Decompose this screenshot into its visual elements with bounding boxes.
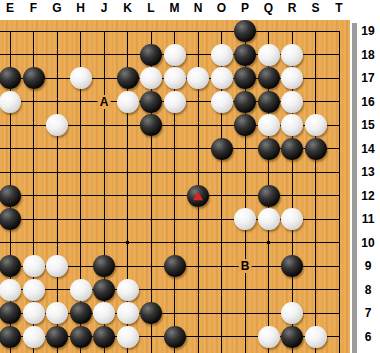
point-label-A: A <box>98 95 111 109</box>
black-stone-L15 <box>140 114 162 136</box>
white-stone-S6 <box>305 326 327 348</box>
column-label-G: G <box>52 1 61 15</box>
white-stone-E16 <box>0 91 21 113</box>
black-stone-O14 <box>211 138 233 160</box>
white-stone-O18 <box>211 44 233 66</box>
column-label-H: H <box>76 1 85 15</box>
row-label-14: 14 <box>358 142 378 156</box>
row-label-8: 8 <box>358 283 378 297</box>
black-stone-R14 <box>281 138 303 160</box>
column-label-N: N <box>194 1 203 15</box>
row-label-15: 15 <box>358 118 378 132</box>
row-label-12: 12 <box>358 189 378 203</box>
black-stone-P19 <box>234 20 256 42</box>
black-stone-Q12 <box>258 185 280 207</box>
black-stone-G6 <box>46 326 68 348</box>
point-label-B: B <box>239 259 252 273</box>
column-label-S: S <box>311 1 319 15</box>
white-stone-R11 <box>281 208 303 230</box>
black-stone-J8 <box>93 279 115 301</box>
white-stone-M17 <box>164 67 186 89</box>
black-stone-J6 <box>93 326 115 348</box>
black-stone-J9 <box>93 255 115 277</box>
go-diagram: EFGHJKLMNOPQRST 191817161514131211109876… <box>0 0 380 353</box>
white-stone-R15 <box>281 114 303 136</box>
white-stone-K8 <box>117 279 139 301</box>
black-stone-Q16 <box>258 91 280 113</box>
white-stone-G9 <box>46 255 68 277</box>
white-stone-F7 <box>23 302 45 324</box>
black-stone-K17 <box>117 67 139 89</box>
black-stone-E12 <box>0 185 21 207</box>
white-stone-E8 <box>0 279 21 301</box>
row-label-18: 18 <box>358 48 378 62</box>
column-label-M: M <box>170 1 180 15</box>
board-edge-shadow <box>352 23 357 353</box>
black-stone-M6 <box>164 326 186 348</box>
white-stone-K6 <box>117 326 139 348</box>
black-stone-E11 <box>0 208 21 230</box>
black-stone-H7 <box>70 302 92 324</box>
black-stone-P18 <box>234 44 256 66</box>
black-stone-P17 <box>234 67 256 89</box>
row-label-17: 17 <box>358 71 378 85</box>
last-move-triangle-marker <box>193 191 203 200</box>
star-point-Q10 <box>266 240 270 244</box>
black-stone-Q14 <box>258 138 280 160</box>
white-stone-F8 <box>23 279 45 301</box>
column-label-F: F <box>30 1 37 15</box>
row-label-7: 7 <box>358 306 378 320</box>
column-label-K: K <box>123 1 132 15</box>
row-label-13: 13 <box>358 165 378 179</box>
black-stone-E7 <box>0 302 21 324</box>
column-label-E: E <box>6 1 14 15</box>
white-stone-G15 <box>46 114 68 136</box>
white-stone-H8 <box>70 279 92 301</box>
white-stone-Q18 <box>258 44 280 66</box>
black-stone-L7 <box>140 302 162 324</box>
white-stone-P11 <box>234 208 256 230</box>
white-stone-O16 <box>211 91 233 113</box>
black-stone-L18 <box>140 44 162 66</box>
white-stone-K16 <box>117 91 139 113</box>
white-stone-J7 <box>93 302 115 324</box>
black-stone-E6 <box>0 326 21 348</box>
black-stone-S14 <box>305 138 327 160</box>
white-stone-R7 <box>281 302 303 324</box>
column-label-O: O <box>217 1 226 15</box>
black-stone-R6 <box>281 326 303 348</box>
white-stone-N17 <box>187 67 209 89</box>
white-stone-M18 <box>164 44 186 66</box>
black-stone-M9 <box>164 255 186 277</box>
black-stone-R9 <box>281 255 303 277</box>
column-label-P: P <box>241 1 249 15</box>
white-stone-H17 <box>70 67 92 89</box>
column-label-J: J <box>101 1 108 15</box>
white-stone-R17 <box>281 67 303 89</box>
white-stone-R18 <box>281 44 303 66</box>
column-label-R: R <box>288 1 297 15</box>
black-stone-Q17 <box>258 67 280 89</box>
white-stone-Q6 <box>258 326 280 348</box>
row-label-11: 11 <box>358 212 378 226</box>
black-stone-P15 <box>234 114 256 136</box>
white-stone-F9 <box>23 255 45 277</box>
black-stone-F17 <box>23 67 45 89</box>
white-stone-F6 <box>23 326 45 348</box>
white-stone-S15 <box>305 114 327 136</box>
row-label-16: 16 <box>358 95 378 109</box>
white-stone-R16 <box>281 91 303 113</box>
black-stone-E9 <box>0 255 21 277</box>
row-label-6: 6 <box>358 330 378 344</box>
white-stone-Q15 <box>258 114 280 136</box>
star-point-K10 <box>125 240 129 244</box>
white-stone-G7 <box>46 302 68 324</box>
column-label-Q: Q <box>264 1 273 15</box>
white-stone-Q11 <box>258 208 280 230</box>
row-label-19: 19 <box>358 24 378 38</box>
black-stone-E17 <box>0 67 21 89</box>
row-label-10: 10 <box>358 236 378 250</box>
row-label-9: 9 <box>358 259 378 273</box>
black-stone-H6 <box>70 326 92 348</box>
white-stone-O17 <box>211 67 233 89</box>
white-stone-M16 <box>164 91 186 113</box>
column-label-L: L <box>147 1 154 15</box>
column-label-T: T <box>335 1 342 15</box>
white-stone-L17 <box>140 67 162 89</box>
white-stone-K7 <box>117 302 139 324</box>
go-board[interactable]: AB <box>0 20 350 353</box>
black-stone-L16 <box>140 91 162 113</box>
black-stone-P16 <box>234 91 256 113</box>
